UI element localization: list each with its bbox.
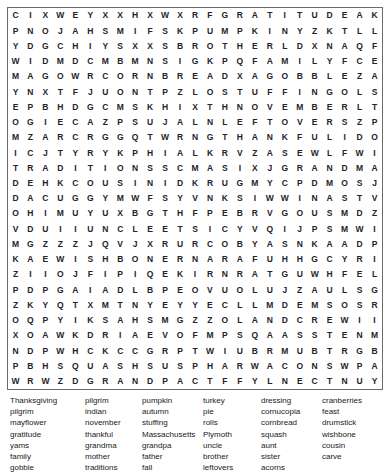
grid-cell-r16-c12[interactable]: U xyxy=(173,237,188,252)
grid-cell-r2-c23[interactable]: T xyxy=(337,23,352,38)
grid-cell-r10-c18[interactable]: A xyxy=(262,145,277,160)
grid-cell-r19-c3[interactable]: P xyxy=(38,282,53,297)
grid-cell-r24-c15[interactable]: A xyxy=(217,359,232,374)
grid-cell-r18-c16[interactable]: R xyxy=(232,267,247,282)
grid-cell-r5-c21[interactable]: B xyxy=(307,69,322,84)
grid-cell-r17-c20[interactable]: H xyxy=(292,252,307,267)
grid-cell-r8-c23[interactable]: S xyxy=(337,115,352,130)
grid-cell-r2-c5[interactable]: A xyxy=(68,23,83,38)
grid-cell-r12-c25[interactable]: J xyxy=(367,176,382,191)
grid-cell-r17-c19[interactable]: H xyxy=(277,252,292,267)
grid-cell-r24-c4[interactable]: S xyxy=(53,359,68,374)
grid-cell-r10-c14[interactable]: K xyxy=(202,145,217,160)
grid-cell-r20-c21[interactable]: M xyxy=(307,298,322,313)
grid-cell-r16-c3[interactable]: Z xyxy=(38,237,53,252)
grid-cell-r11-c13[interactable]: M xyxy=(188,160,203,175)
grid-cell-r20-c22[interactable]: S xyxy=(322,298,337,313)
grid-cell-r25-c7[interactable]: R xyxy=(98,374,113,389)
grid-cell-r11-c8[interactable]: O xyxy=(113,160,128,175)
grid-cell-r10-c4[interactable]: T xyxy=(53,145,68,160)
grid-cell-r8-c15[interactable]: L xyxy=(217,115,232,130)
grid-cell-r15-c11[interactable]: E xyxy=(158,221,173,236)
grid-cell-r12-c22[interactable]: M xyxy=(322,176,337,191)
grid-cell-r18-c5[interactable]: J xyxy=(68,267,83,282)
grid-cell-r12-c5[interactable]: C xyxy=(68,176,83,191)
grid-cell-r4-c25[interactable]: E xyxy=(367,54,382,69)
grid-cell-r22-c12[interactable]: O xyxy=(173,328,188,343)
grid-cell-r6-c23[interactable]: O xyxy=(337,84,352,99)
grid-cell-r10-c6[interactable]: R xyxy=(83,145,98,160)
grid-cell-r2-c8[interactable]: M xyxy=(113,23,128,38)
grid-cell-r6-c18[interactable]: F xyxy=(262,84,277,99)
grid-cell-r22-c2[interactable]: O xyxy=(23,328,38,343)
grid-cell-r9-c16[interactable]: H xyxy=(232,130,247,145)
grid-cell-r16-c18[interactable]: A xyxy=(262,237,277,252)
grid-cell-r13-c19[interactable]: W xyxy=(277,191,292,206)
grid-cell-r23-c14[interactable]: W xyxy=(202,343,217,358)
grid-cell-r5-c20[interactable]: B xyxy=(292,69,307,84)
grid-cell-r15-c12[interactable]: T xyxy=(173,221,188,236)
grid-cell-r12-c6[interactable]: O xyxy=(83,176,98,191)
grid-cell-r3-c1[interactable]: Y xyxy=(8,38,23,53)
grid-cell-r23-c18[interactable]: R xyxy=(262,343,277,358)
grid-cell-r13-c7[interactable]: Y xyxy=(98,191,113,206)
grid-cell-r11-c2[interactable]: R xyxy=(23,160,38,175)
grid-cell-r12-c7[interactable]: U xyxy=(98,176,113,191)
grid-cell-r22-c6[interactable]: D xyxy=(83,328,98,343)
grid-cell-r23-c23[interactable]: R xyxy=(337,343,352,358)
grid-cell-r13-c23[interactable]: S xyxy=(337,191,352,206)
grid-cell-r9-c3[interactable]: A xyxy=(38,130,53,145)
grid-cell-r24-c8[interactable]: S xyxy=(113,359,128,374)
grid-cell-r11-c9[interactable]: N xyxy=(128,160,143,175)
grid-cell-r4-c5[interactable]: D xyxy=(68,54,83,69)
grid-cell-r2-c13[interactable]: P xyxy=(188,23,203,38)
grid-cell-r17-c12[interactable]: R xyxy=(173,252,188,267)
grid-cell-r11-c16[interactable]: I xyxy=(232,160,247,175)
grid-cell-r1-c13[interactable]: R xyxy=(188,8,203,23)
grid-cell-r18-c9[interactable]: I xyxy=(128,267,143,282)
grid-cell-r14-c4[interactable]: M xyxy=(53,206,68,221)
grid-cell-r17-c23[interactable]: Y xyxy=(337,252,352,267)
grid-cell-r7-c10[interactable]: K xyxy=(143,99,158,114)
grid-cell-r2-c16[interactable]: P xyxy=(232,23,247,38)
grid-cell-r14-c18[interactable]: V xyxy=(262,206,277,221)
grid-cell-r5-c9[interactable]: R xyxy=(128,69,143,84)
grid-cell-r15-c20[interactable]: J xyxy=(292,221,307,236)
grid-cell-r21-c5[interactable]: I xyxy=(68,313,83,328)
grid-cell-r14-c1[interactable]: O xyxy=(8,206,23,221)
grid-cell-r21-c10[interactable]: S xyxy=(143,313,158,328)
grid-cell-r25-c2[interactable]: R xyxy=(23,374,38,389)
grid-cell-r4-c23[interactable]: F xyxy=(337,54,352,69)
grid-cell-r7-c1[interactable]: E xyxy=(8,99,23,114)
grid-cell-r13-c16[interactable]: S xyxy=(232,191,247,206)
grid-cell-r1-c15[interactable]: G xyxy=(217,8,232,23)
grid-cell-r24-c25[interactable]: A xyxy=(367,359,382,374)
grid-cell-r18-c24[interactable]: E xyxy=(352,267,367,282)
grid-cell-r8-c19[interactable]: O xyxy=(277,115,292,130)
grid-cell-r3-c25[interactable]: F xyxy=(367,38,382,53)
grid-cell-r20-c2[interactable]: K xyxy=(23,298,38,313)
grid-cell-r12-c17[interactable]: M xyxy=(247,176,262,191)
grid-cell-r22-c11[interactable]: V xyxy=(158,328,173,343)
grid-cell-r24-c12[interactable]: S xyxy=(173,359,188,374)
grid-cell-r21-c4[interactable]: Y xyxy=(53,313,68,328)
grid-cell-r3-c2[interactable]: D xyxy=(23,38,38,53)
grid-cell-r4-c16[interactable]: Q xyxy=(232,54,247,69)
grid-cell-r16-c17[interactable]: Y xyxy=(247,237,262,252)
grid-cell-r1-c10[interactable]: X xyxy=(143,8,158,23)
grid-cell-r23-c16[interactable]: U xyxy=(232,343,247,358)
grid-cell-r23-c11[interactable]: R xyxy=(158,343,173,358)
grid-cell-r8-c5[interactable]: C xyxy=(68,115,83,130)
grid-cell-r9-c21[interactable]: U xyxy=(307,130,322,145)
grid-cell-r15-c21[interactable]: P xyxy=(307,221,322,236)
grid-cell-r5-c3[interactable]: G xyxy=(38,69,53,84)
grid-cell-r24-c13[interactable]: P xyxy=(188,359,203,374)
grid-cell-r6-c11[interactable]: P xyxy=(158,84,173,99)
grid-cell-r21-c6[interactable]: K xyxy=(83,313,98,328)
grid-cell-r20-c8[interactable]: T xyxy=(113,298,128,313)
grid-cell-r15-c16[interactable]: Y xyxy=(232,221,247,236)
grid-cell-r7-c3[interactable]: B xyxy=(38,99,53,114)
grid-cell-r9-c1[interactable]: M xyxy=(8,130,23,145)
grid-cell-r1-c14[interactable]: F xyxy=(202,8,217,23)
grid-cell-r18-c2[interactable]: I xyxy=(23,267,38,282)
grid-cell-r6-c25[interactable]: S xyxy=(367,84,382,99)
grid-cell-r23-c25[interactable]: B xyxy=(367,343,382,358)
grid-cell-r9-c9[interactable]: Q xyxy=(128,130,143,145)
grid-cell-r18-c7[interactable]: I xyxy=(98,267,113,282)
grid-cell-r17-c2[interactable]: A xyxy=(23,252,38,267)
grid-cell-r7-c15[interactable]: H xyxy=(217,99,232,114)
grid-cell-r11-c6[interactable]: T xyxy=(83,160,98,175)
grid-cell-r22-c8[interactable]: I xyxy=(113,328,128,343)
grid-cell-r7-c13[interactable]: X xyxy=(188,99,203,114)
grid-cell-r8-c3[interactable]: I xyxy=(38,115,53,130)
grid-cell-r3-c3[interactable]: G xyxy=(38,38,53,53)
grid-cell-r12-c12[interactable]: D xyxy=(173,176,188,191)
grid-cell-r13-c10[interactable]: F xyxy=(143,191,158,206)
grid-cell-r19-c6[interactable]: I xyxy=(83,282,98,297)
grid-cell-r18-c11[interactable]: E xyxy=(158,267,173,282)
grid-cell-r7-c24[interactable]: L xyxy=(352,99,367,114)
grid-cell-r20-c25[interactable]: R xyxy=(367,298,382,313)
grid-cell-r7-c25[interactable]: T xyxy=(367,99,382,114)
grid-cell-r2-c22[interactable]: K xyxy=(322,23,337,38)
grid-cell-r4-c11[interactable]: S xyxy=(158,54,173,69)
grid-cell-r1-c20[interactable]: T xyxy=(292,8,307,23)
grid-cell-r6-c1[interactable]: Y xyxy=(8,84,23,99)
grid-cell-r9-c13[interactable]: N xyxy=(188,130,203,145)
grid-cell-r19-c5[interactable]: A xyxy=(68,282,83,297)
grid-cell-r6-c13[interactable]: L xyxy=(188,84,203,99)
grid-cell-r18-c10[interactable]: Q xyxy=(143,267,158,282)
grid-cell-r1-c22[interactable]: D xyxy=(322,8,337,23)
grid-cell-r16-c13[interactable]: R xyxy=(188,237,203,252)
grid-cell-r18-c18[interactable]: T xyxy=(262,267,277,282)
grid-cell-r2-c12[interactable]: K xyxy=(173,23,188,38)
grid-cell-r25-c17[interactable]: Y xyxy=(247,374,262,389)
grid-cell-r4-c12[interactable]: I xyxy=(173,54,188,69)
grid-cell-r17-c8[interactable]: B xyxy=(113,252,128,267)
grid-cell-r14-c19[interactable]: G xyxy=(277,206,292,221)
grid-cell-r12-c15[interactable]: U xyxy=(217,176,232,191)
grid-cell-r19-c4[interactable]: G xyxy=(53,282,68,297)
grid-cell-r24-c17[interactable]: W xyxy=(247,359,262,374)
grid-cell-r4-c6[interactable]: C xyxy=(83,54,98,69)
grid-cell-r7-c7[interactable]: C xyxy=(98,99,113,114)
grid-cell-r14-c9[interactable]: B xyxy=(128,206,143,221)
grid-cell-r25-c4[interactable]: Z xyxy=(53,374,68,389)
grid-cell-r23-c4[interactable]: W xyxy=(53,343,68,358)
grid-cell-r13-c18[interactable]: W xyxy=(262,191,277,206)
grid-cell-r25-c3[interactable]: W xyxy=(38,374,53,389)
grid-cell-r25-c15[interactable]: F xyxy=(217,374,232,389)
grid-cell-r17-c25[interactable]: I xyxy=(367,252,382,267)
grid-cell-r6-c20[interactable]: I xyxy=(292,84,307,99)
grid-cell-r5-c10[interactable]: N xyxy=(143,69,158,84)
grid-cell-r17-c22[interactable]: C xyxy=(322,252,337,267)
grid-cell-r9-c8[interactable]: G xyxy=(113,130,128,145)
grid-cell-r12-c13[interactable]: K xyxy=(188,176,203,191)
grid-cell-r18-c15[interactable]: N xyxy=(217,267,232,282)
grid-cell-r21-c16[interactable]: L xyxy=(232,313,247,328)
grid-cell-r16-c10[interactable]: X xyxy=(143,237,158,252)
grid-cell-r6-c12[interactable]: Z xyxy=(173,84,188,99)
grid-cell-r23-c6[interactable]: C xyxy=(83,343,98,358)
grid-cell-r20-c13[interactable]: Y xyxy=(188,298,203,313)
grid-cell-r16-c5[interactable]: Z xyxy=(68,237,83,252)
grid-cell-r16-c23[interactable]: A xyxy=(337,237,352,252)
grid-cell-r22-c23[interactable]: E xyxy=(337,328,352,343)
grid-cell-r17-c14[interactable]: A xyxy=(202,252,217,267)
grid-cell-r18-c4[interactable]: O xyxy=(53,267,68,282)
grid-cell-r17-c24[interactable]: R xyxy=(352,252,367,267)
grid-cell-r14-c7[interactable]: U xyxy=(98,206,113,221)
grid-cell-r25-c1[interactable]: W xyxy=(8,374,23,389)
grid-cell-r17-c21[interactable]: G xyxy=(307,252,322,267)
grid-cell-r24-c11[interactable]: U xyxy=(158,359,173,374)
grid-cell-r19-c10[interactable]: B xyxy=(143,282,158,297)
grid-cell-r15-c22[interactable]: S xyxy=(322,221,337,236)
grid-cell-r21-c22[interactable]: E xyxy=(322,313,337,328)
grid-cell-r4-c17[interactable]: F xyxy=(247,54,262,69)
grid-cell-r16-c9[interactable]: J xyxy=(128,237,143,252)
grid-cell-r3-c5[interactable]: H xyxy=(68,38,83,53)
grid-cell-r21-c19[interactable]: D xyxy=(277,313,292,328)
grid-cell-r8-c1[interactable]: O xyxy=(8,115,23,130)
grid-cell-r8-c25[interactable]: P xyxy=(367,115,382,130)
grid-cell-r21-c3[interactable]: P xyxy=(38,313,53,328)
grid-cell-r1-c16[interactable]: R xyxy=(232,8,247,23)
grid-cell-r18-c12[interactable]: K xyxy=(173,267,188,282)
grid-cell-r21-c13[interactable]: Z xyxy=(188,313,203,328)
grid-cell-r10-c19[interactable]: S xyxy=(277,145,292,160)
grid-cell-r8-c24[interactable]: Z xyxy=(352,115,367,130)
grid-cell-r6-c6[interactable]: J xyxy=(83,84,98,99)
grid-cell-r14-c12[interactable]: H xyxy=(173,206,188,221)
grid-cell-r7-c23[interactable]: R xyxy=(337,99,352,114)
grid-cell-r10-c13[interactable]: L xyxy=(188,145,203,160)
grid-cell-r17-c18[interactable]: U xyxy=(262,252,277,267)
grid-cell-r7-c19[interactable]: E xyxy=(277,99,292,114)
grid-cell-r20-c3[interactable]: Y xyxy=(38,298,53,313)
grid-cell-r19-c17[interactable]: L xyxy=(247,282,262,297)
grid-cell-r3-c24[interactable]: Q xyxy=(352,38,367,53)
grid-cell-r22-c3[interactable]: A xyxy=(38,328,53,343)
grid-cell-r24-c20[interactable]: O xyxy=(292,359,307,374)
grid-cell-r5-c5[interactable]: W xyxy=(68,69,83,84)
grid-cell-r6-c3[interactable]: X xyxy=(38,84,53,99)
grid-cell-r14-c6[interactable]: Y xyxy=(83,206,98,221)
grid-cell-r15-c4[interactable]: I xyxy=(53,221,68,236)
grid-cell-r14-c25[interactable]: Z xyxy=(367,206,382,221)
grid-cell-r14-c24[interactable]: D xyxy=(352,206,367,221)
grid-cell-r10-c24[interactable]: W xyxy=(352,145,367,160)
grid-cell-r16-c11[interactable]: R xyxy=(158,237,173,252)
grid-cell-r20-c12[interactable]: Y xyxy=(173,298,188,313)
grid-cell-r24-c9[interactable]: H xyxy=(128,359,143,374)
grid-cell-r23-c10[interactable]: G xyxy=(143,343,158,358)
grid-cell-r11-c24[interactable]: M xyxy=(352,160,367,175)
grid-cell-r16-c22[interactable]: A xyxy=(322,237,337,252)
grid-cell-r19-c16[interactable]: O xyxy=(232,282,247,297)
grid-cell-r12-c16[interactable]: G xyxy=(232,176,247,191)
grid-cell-r25-c25[interactable]: Y xyxy=(367,374,382,389)
grid-cell-r16-c21[interactable]: K xyxy=(307,237,322,252)
grid-cell-r19-c25[interactable]: G xyxy=(367,282,382,297)
grid-cell-r20-c19[interactable]: D xyxy=(277,298,292,313)
grid-cell-r24-c22[interactable]: S xyxy=(322,359,337,374)
grid-cell-r20-c11[interactable]: E xyxy=(158,298,173,313)
grid-cell-r20-c16[interactable]: L xyxy=(232,298,247,313)
grid-cell-r15-c13[interactable]: S xyxy=(188,221,203,236)
grid-cell-r9-c2[interactable]: Z xyxy=(23,130,38,145)
grid-cell-r1-c9[interactable]: H xyxy=(128,8,143,23)
grid-cell-r9-c23[interactable]: I xyxy=(337,130,352,145)
grid-cell-r12-c11[interactable]: I xyxy=(158,176,173,191)
grid-cell-r19-c12[interactable]: E xyxy=(173,282,188,297)
grid-cell-r18-c25[interactable]: L xyxy=(367,267,382,282)
grid-cell-r19-c18[interactable]: U xyxy=(262,282,277,297)
grid-cell-r8-c13[interactable]: L xyxy=(188,115,203,130)
grid-cell-r10-c17[interactable]: Z xyxy=(247,145,262,160)
grid-cell-r10-c12[interactable]: A xyxy=(173,145,188,160)
grid-cell-r3-c8[interactable]: S xyxy=(113,38,128,53)
grid-cell-r11-c11[interactable]: S xyxy=(158,160,173,175)
grid-cell-r21-c20[interactable]: C xyxy=(292,313,307,328)
grid-cell-r1-c23[interactable]: E xyxy=(337,8,352,23)
grid-cell-r13-c25[interactable]: V xyxy=(367,191,382,206)
grid-cell-r2-c17[interactable]: K xyxy=(247,23,262,38)
grid-cell-r10-c23[interactable]: F xyxy=(337,145,352,160)
grid-cell-r14-c23[interactable]: M xyxy=(337,206,352,221)
grid-cell-r8-c22[interactable]: R xyxy=(322,115,337,130)
grid-cell-r22-c20[interactable]: S xyxy=(292,328,307,343)
grid-cell-r10-c2[interactable]: C xyxy=(23,145,38,160)
grid-cell-r7-c16[interactable]: N xyxy=(232,99,247,114)
grid-cell-r19-c21[interactable]: A xyxy=(307,282,322,297)
grid-cell-r10-c7[interactable]: Y xyxy=(98,145,113,160)
grid-cell-r23-c19[interactable]: M xyxy=(277,343,292,358)
grid-cell-r15-c7[interactable]: N xyxy=(98,221,113,236)
grid-cell-r12-c23[interactable]: O xyxy=(337,176,352,191)
grid-cell-r12-c21[interactable]: D xyxy=(307,176,322,191)
grid-cell-r5-c8[interactable]: O xyxy=(113,69,128,84)
grid-cell-r20-c18[interactable]: M xyxy=(262,298,277,313)
grid-cell-r11-c4[interactable]: D xyxy=(53,160,68,175)
grid-cell-r20-c7[interactable]: M xyxy=(98,298,113,313)
grid-cell-r18-c6[interactable]: F xyxy=(83,267,98,282)
grid-cell-r18-c22[interactable]: H xyxy=(322,267,337,282)
grid-cell-r21-c21[interactable]: R xyxy=(307,313,322,328)
grid-cell-r12-c10[interactable]: N xyxy=(143,176,158,191)
grid-cell-r10-c21[interactable]: W xyxy=(307,145,322,160)
grid-cell-r13-c5[interactable]: G xyxy=(68,191,83,206)
grid-cell-r9-c24[interactable]: D xyxy=(352,130,367,145)
grid-cell-r18-c14[interactable]: R xyxy=(202,267,217,282)
grid-cell-r5-c13[interactable]: E xyxy=(188,69,203,84)
grid-cell-r22-c25[interactable]: M xyxy=(367,328,382,343)
grid-cell-r6-c21[interactable]: N xyxy=(307,84,322,99)
grid-cell-r18-c3[interactable]: I xyxy=(38,267,53,282)
grid-cell-r12-c20[interactable]: P xyxy=(292,176,307,191)
grid-cell-r9-c10[interactable]: T xyxy=(143,130,158,145)
grid-cell-r22-c13[interactable]: F xyxy=(188,328,203,343)
grid-cell-r8-c9[interactable]: S xyxy=(128,115,143,130)
grid-cell-r3-c22[interactable]: N xyxy=(322,38,337,53)
grid-cell-r13-c11[interactable]: S xyxy=(158,191,173,206)
grid-cell-r25-c11[interactable]: P xyxy=(158,374,173,389)
grid-cell-r25-c18[interactable]: L xyxy=(262,374,277,389)
grid-cell-r9-c19[interactable]: K xyxy=(277,130,292,145)
grid-cell-r8-c7[interactable]: Z xyxy=(98,115,113,130)
grid-cell-r6-c8[interactable]: O xyxy=(113,84,128,99)
grid-cell-r13-c22[interactable]: A xyxy=(322,191,337,206)
grid-cell-r1-c7[interactable]: X xyxy=(98,8,113,23)
grid-cell-r4-c1[interactable]: W xyxy=(8,54,23,69)
grid-cell-r13-c24[interactable]: T xyxy=(352,191,367,206)
grid-cell-r2-c6[interactable]: H xyxy=(83,23,98,38)
grid-cell-r23-c12[interactable]: P xyxy=(173,343,188,358)
grid-cell-r3-c20[interactable]: D xyxy=(292,38,307,53)
grid-cell-r13-c9[interactable]: W xyxy=(128,191,143,206)
grid-cell-r21-c7[interactable]: S xyxy=(98,313,113,328)
grid-cell-r13-c2[interactable]: A xyxy=(23,191,38,206)
grid-cell-r16-c6[interactable]: J xyxy=(83,237,98,252)
grid-cell-r9-c25[interactable]: O xyxy=(367,130,382,145)
grid-cell-r2-c19[interactable]: N xyxy=(277,23,292,38)
grid-cell-r10-c20[interactable]: E xyxy=(292,145,307,160)
grid-cell-r4-c3[interactable]: D xyxy=(38,54,53,69)
grid-cell-r14-c14[interactable]: P xyxy=(202,206,217,221)
grid-cell-r4-c7[interactable]: M xyxy=(98,54,113,69)
grid-cell-r13-c15[interactable]: K xyxy=(217,191,232,206)
grid-cell-r10-c8[interactable]: K xyxy=(113,145,128,160)
grid-cell-r5-c25[interactable]: A xyxy=(367,69,382,84)
grid-cell-r2-c14[interactable]: U xyxy=(202,23,217,38)
grid-cell-r12-c24[interactable]: S xyxy=(352,176,367,191)
grid-cell-r19-c13[interactable]: O xyxy=(188,282,203,297)
grid-cell-r19-c20[interactable]: Z xyxy=(292,282,307,297)
grid-cell-r4-c18[interactable]: A xyxy=(262,54,277,69)
grid-cell-r22-c22[interactable]: T xyxy=(322,328,337,343)
grid-cell-r22-c18[interactable]: A xyxy=(262,328,277,343)
grid-cell-r9-c7[interactable]: G xyxy=(98,130,113,145)
grid-cell-r19-c14[interactable]: V xyxy=(202,282,217,297)
